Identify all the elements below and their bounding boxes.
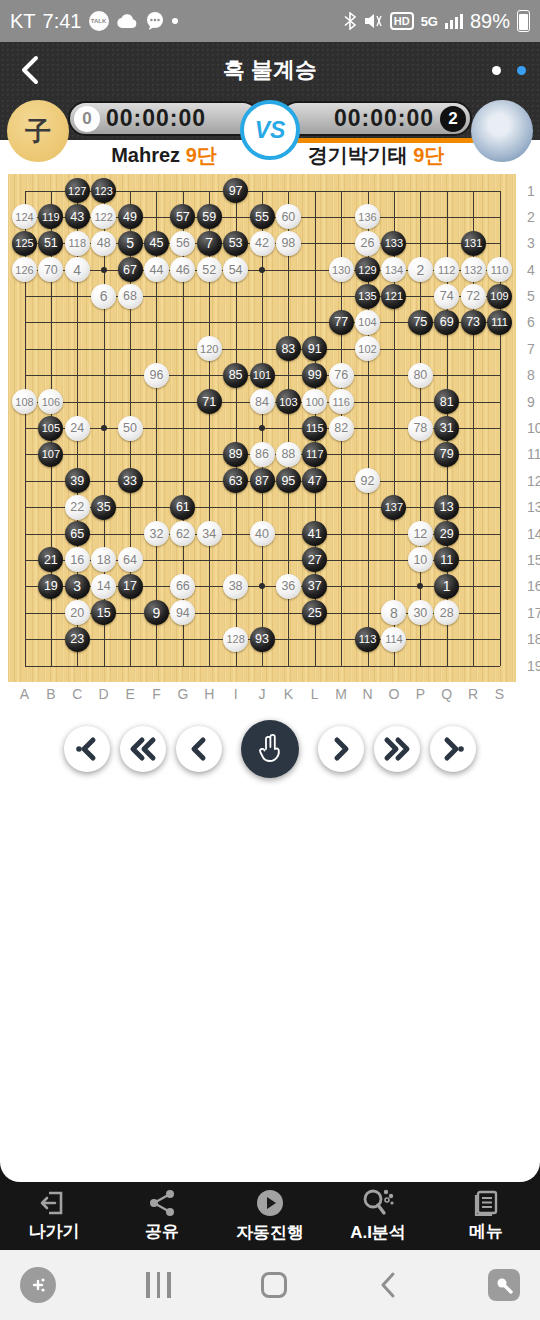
hd-icon: HD xyxy=(390,12,414,30)
fast-forward-button[interactable] xyxy=(374,726,420,772)
row-label-7: 7 xyxy=(527,341,535,357)
white-stone-68: 68 xyxy=(118,284,143,309)
col-label-H: H xyxy=(204,686,214,702)
menu-icon xyxy=(472,1189,500,1217)
row-label-3: 3 xyxy=(527,235,535,251)
white-stone-52: 52 xyxy=(197,257,222,282)
black-stone-123: 123 xyxy=(91,178,116,203)
black-stone-53: 53 xyxy=(223,231,248,256)
white-stone-120: 120 xyxy=(197,336,222,361)
row-label-4: 4 xyxy=(527,262,535,278)
white-stone-92: 92 xyxy=(355,468,380,493)
white-stone-46: 46 xyxy=(170,257,195,282)
black-stone-63: 63 xyxy=(223,468,248,493)
black-stone-41: 41 xyxy=(302,521,327,546)
black-stone-121: 121 xyxy=(381,284,406,309)
black-stone-47: 47 xyxy=(302,468,327,493)
white-stone-4: 4 xyxy=(65,257,90,282)
white-stone-8: 8 xyxy=(381,600,406,625)
black-stone-131: 131 xyxy=(461,231,486,256)
black-stone-11: 11 xyxy=(434,547,459,572)
white-stone-96: 96 xyxy=(144,363,169,388)
share-icon xyxy=(148,1189,176,1217)
white-stone-72: 72 xyxy=(461,284,486,309)
col-label-L: L xyxy=(311,686,319,702)
go-to-end-button[interactable] xyxy=(430,726,476,772)
black-stone-13: 13 xyxy=(434,495,459,520)
black-stone-45: 45 xyxy=(144,231,169,256)
col-label-M: M xyxy=(335,686,347,702)
white-stone-78: 78 xyxy=(408,416,433,441)
black-stone-57: 57 xyxy=(170,204,195,229)
white-stone-114: 114 xyxy=(381,627,406,652)
col-label-I: I xyxy=(234,686,238,702)
black-player-avatar: 子 xyxy=(7,100,69,162)
black-stone-83: 83 xyxy=(276,336,301,361)
previous-move-button[interactable] xyxy=(176,726,222,772)
white-stone-24: 24 xyxy=(65,416,90,441)
row-label-13: 13 xyxy=(527,499,540,515)
black-stone-9: 9 xyxy=(144,600,169,625)
vs-badge: VS xyxy=(240,100,300,160)
white-stone-136: 136 xyxy=(355,204,380,229)
share-button[interactable]: 공유 xyxy=(117,1189,207,1243)
network-5g-icon: 5G xyxy=(421,14,438,29)
col-label-S: S xyxy=(495,686,504,702)
recents-button[interactable] xyxy=(146,1272,171,1298)
white-stone-64: 64 xyxy=(118,547,143,572)
col-label-Q: Q xyxy=(441,686,452,702)
black-player-rank: 9단 xyxy=(186,144,217,166)
black-stone-31: 31 xyxy=(434,416,459,441)
white-player-rank: 9단 xyxy=(413,144,444,166)
board-area: 1271239712411943122495759556013612551118… xyxy=(0,174,540,704)
white-stone-20: 20 xyxy=(65,600,90,625)
black-stone-117: 117 xyxy=(302,442,327,467)
col-label-G: G xyxy=(177,686,188,702)
white-player-timer: 00:00:00 2 xyxy=(280,101,472,136)
black-stone-25: 25 xyxy=(302,600,327,625)
black-stone-119: 119 xyxy=(38,204,63,229)
black-stone-49: 49 xyxy=(118,204,143,229)
black-stone-59: 59 xyxy=(197,204,222,229)
cloud-icon xyxy=(116,13,138,29)
chat-icon xyxy=(145,12,165,30)
white-stone-14: 14 xyxy=(91,574,116,599)
black-stone-55: 55 xyxy=(250,204,275,229)
black-stone-39: 39 xyxy=(65,468,90,493)
col-label-A: A xyxy=(20,686,29,702)
black-stone-3: 3 xyxy=(65,574,90,599)
white-stone-104: 104 xyxy=(355,310,380,335)
white-stone-2: 2 xyxy=(408,257,433,282)
white-stone-84: 84 xyxy=(250,389,275,414)
black-stone-127: 127 xyxy=(65,178,90,203)
black-stone-65: 65 xyxy=(65,521,90,546)
white-stone-6: 6 xyxy=(91,284,116,309)
white-stone-32: 32 xyxy=(144,521,169,546)
two-finger-hand-icon xyxy=(255,733,285,765)
black-stone-27: 27 xyxy=(302,547,327,572)
white-stone-66: 66 xyxy=(170,574,195,599)
black-stone-97: 97 xyxy=(223,178,248,203)
white-stone-30: 30 xyxy=(408,600,433,625)
android-nav-bar xyxy=(0,1250,540,1320)
star-point xyxy=(101,267,107,273)
black-stone-105: 105 xyxy=(38,416,63,441)
col-label-E: E xyxy=(125,686,134,702)
black-player-name: Mahrez 9단 xyxy=(64,142,264,169)
battery-percent-label: 89% xyxy=(470,10,510,33)
status-bar: KT 7:41 TALK HD 5G 89% xyxy=(0,0,540,42)
black-stone-95: 95 xyxy=(276,468,301,493)
black-stone-85: 85 xyxy=(223,363,248,388)
row-label-12: 12 xyxy=(527,473,540,489)
white-stone-86: 86 xyxy=(250,442,275,467)
row-label-19: 19 xyxy=(527,658,540,674)
black-stone-43: 43 xyxy=(65,204,90,229)
black-stone-99: 99 xyxy=(302,363,327,388)
pen-app-icon[interactable] xyxy=(488,1269,520,1301)
black-player-timer: 0 00:00:00 xyxy=(68,101,260,136)
white-stone-116: 116 xyxy=(329,389,354,414)
row-label-17: 17 xyxy=(527,605,540,621)
black-stone-109: 109 xyxy=(487,284,512,309)
white-captures-badge: 2 xyxy=(440,106,466,132)
black-stone-75: 75 xyxy=(408,310,433,335)
row-label-8: 8 xyxy=(527,367,535,383)
black-stone-81: 81 xyxy=(434,389,459,414)
white-stone-40: 40 xyxy=(250,521,275,546)
white-stone-12: 12 xyxy=(408,521,433,546)
carrier-label: KT xyxy=(10,10,36,33)
row-label-14: 14 xyxy=(527,526,540,542)
white-stone-54: 54 xyxy=(223,257,248,282)
exit-icon xyxy=(39,1189,69,1217)
next-move-button[interactable] xyxy=(318,726,364,772)
white-stone-42: 42 xyxy=(250,231,275,256)
black-stone-51: 51 xyxy=(38,231,63,256)
black-timer-value: 00:00:00 xyxy=(100,105,212,132)
play-mode-hand-button[interactable] xyxy=(241,720,299,778)
autoplay-button[interactable]: 자동진행 xyxy=(225,1188,315,1244)
star-point xyxy=(259,267,265,273)
black-stone-115: 115 xyxy=(302,416,327,441)
bluetooth-icon xyxy=(344,12,356,30)
black-stone-101: 101 xyxy=(250,363,275,388)
back-button[interactable] xyxy=(10,52,50,88)
black-stone-15: 15 xyxy=(91,600,116,625)
white-stone-98: 98 xyxy=(276,231,301,256)
black-stone-67: 67 xyxy=(118,257,143,282)
black-stone-5: 5 xyxy=(118,231,143,256)
black-stone-1: 1 xyxy=(434,574,459,599)
row-label-15: 15 xyxy=(527,552,540,568)
white-stone-60: 60 xyxy=(276,204,301,229)
white-stone-134: 134 xyxy=(381,257,406,282)
white-stone-74: 74 xyxy=(434,284,459,309)
autoplay-icon xyxy=(255,1188,285,1218)
white-stone-10: 10 xyxy=(408,547,433,572)
row-label-9: 9 xyxy=(527,394,535,410)
col-label-R: R xyxy=(468,686,478,702)
title-bar: 흑 불계승 xyxy=(0,42,540,98)
white-stone-118: 118 xyxy=(65,231,90,256)
white-timer-value: 00:00:00 xyxy=(328,105,440,132)
exit-button[interactable]: 나가기 xyxy=(9,1189,99,1243)
notification-dot-icon xyxy=(172,18,178,24)
white-stone-130: 130 xyxy=(329,257,354,282)
kakaotalk-icon: TALK xyxy=(89,11,109,31)
white-stone-102: 102 xyxy=(355,336,380,361)
game-result-title: 흑 불계승 xyxy=(0,55,540,85)
black-stone-71: 71 xyxy=(197,389,222,414)
black-stone-93: 93 xyxy=(250,627,275,652)
black-stone-37: 37 xyxy=(302,574,327,599)
col-label-C: C xyxy=(72,686,82,702)
go-to-start-button[interactable] xyxy=(64,726,110,772)
ai-analysis-button[interactable]: A.I분석 xyxy=(333,1188,423,1244)
black-stone-107: 107 xyxy=(38,442,63,467)
white-stone-28: 28 xyxy=(434,600,459,625)
home-button[interactable] xyxy=(261,1272,287,1298)
col-label-F: F xyxy=(152,686,161,702)
white-stone-38: 38 xyxy=(223,574,248,599)
black-stone-111: 111 xyxy=(487,310,512,335)
white-stone-132: 132 xyxy=(461,257,486,282)
black-stone-23: 23 xyxy=(65,627,90,652)
game-launcher-button[interactable] xyxy=(20,1267,56,1303)
black-stone-79: 79 xyxy=(434,442,459,467)
menu-button[interactable]: 메뉴 xyxy=(441,1189,531,1243)
white-stone-18: 18 xyxy=(91,547,116,572)
black-stone-113: 113 xyxy=(355,627,380,652)
col-label-O: O xyxy=(388,686,399,702)
row-label-10: 10 xyxy=(527,420,540,436)
row-label-2: 2 xyxy=(527,209,535,225)
signal-icon xyxy=(445,13,463,29)
black-stone-137: 137 xyxy=(381,495,406,520)
page-dot-icon xyxy=(492,66,501,75)
black-stone-133: 133 xyxy=(381,231,406,256)
black-stone-135: 135 xyxy=(355,284,380,309)
white-stone-76: 76 xyxy=(329,363,354,388)
white-stone-94: 94 xyxy=(170,600,195,625)
black-stone-73: 73 xyxy=(461,310,486,335)
mute-icon xyxy=(363,12,383,30)
black-stone-21: 21 xyxy=(38,547,63,572)
black-stone-35: 35 xyxy=(91,495,116,520)
white-stone-26: 26 xyxy=(355,231,380,256)
col-label-D: D xyxy=(99,686,109,702)
col-label-P: P xyxy=(416,686,425,702)
row-label-1: 1 xyxy=(527,183,535,199)
white-stone-124: 124 xyxy=(12,204,37,229)
row-label-6: 6 xyxy=(527,314,535,330)
black-stone-17: 17 xyxy=(118,574,143,599)
row-label-11: 11 xyxy=(527,446,540,462)
bottom-toolbar: 나가기 공유 자동진행 A.I분석 메뉴 xyxy=(0,1184,540,1248)
white-stone-106: 106 xyxy=(38,389,63,414)
white-stone-22: 22 xyxy=(65,495,90,520)
white-player-avatar xyxy=(471,100,533,162)
col-label-J: J xyxy=(259,686,266,702)
white-stone-56: 56 xyxy=(170,231,195,256)
go-board[interactable]: 1271239712411943122495759556013612551118… xyxy=(8,174,516,682)
white-stone-16: 16 xyxy=(65,547,90,572)
page-dot-active-icon xyxy=(517,66,526,75)
black-stone-103: 103 xyxy=(276,389,301,414)
white-stone-88: 88 xyxy=(276,442,301,467)
black-stone-69: 69 xyxy=(434,310,459,335)
col-label-N: N xyxy=(362,686,372,702)
black-stone-125: 125 xyxy=(12,231,37,256)
fast-backward-button[interactable] xyxy=(120,726,166,772)
black-stone-7: 7 xyxy=(197,231,222,256)
white-stone-122: 122 xyxy=(91,204,116,229)
black-stone-33: 33 xyxy=(118,468,143,493)
page-indicator xyxy=(492,66,526,75)
white-stone-82: 82 xyxy=(329,416,354,441)
battery-icon xyxy=(517,10,530,32)
black-stone-87: 87 xyxy=(250,468,275,493)
black-stone-129: 129 xyxy=(355,257,380,282)
white-stone-50: 50 xyxy=(118,416,143,441)
star-point xyxy=(101,425,107,431)
white-stone-34: 34 xyxy=(197,521,222,546)
row-label-5: 5 xyxy=(527,288,535,304)
white-stone-44: 44 xyxy=(144,257,169,282)
black-stone-91: 91 xyxy=(302,336,327,361)
white-stone-48: 48 xyxy=(91,231,116,256)
android-back-button[interactable] xyxy=(378,1270,398,1300)
black-captures-badge: 0 xyxy=(74,106,100,132)
black-stone-77: 77 xyxy=(329,310,354,335)
white-stone-100: 100 xyxy=(302,389,327,414)
black-stone-19: 19 xyxy=(38,574,63,599)
white-stone-62: 62 xyxy=(170,521,195,546)
app-screen: KT 7:41 TALK HD 5G 89% 흑 불계승 xyxy=(0,0,540,1320)
black-stone-61: 61 xyxy=(170,495,195,520)
white-stone-70: 70 xyxy=(38,257,63,282)
col-label-K: K xyxy=(284,686,293,702)
white-stone-80: 80 xyxy=(408,363,433,388)
white-stone-126: 126 xyxy=(12,257,37,282)
clock-label: 7:41 xyxy=(43,10,82,33)
white-stone-108: 108 xyxy=(12,389,37,414)
player-panel: 0 00:00:00 00:00:00 2 VS 子 Mahrez 9단 경기박… xyxy=(0,98,540,174)
white-stone-112: 112 xyxy=(434,257,459,282)
col-label-B: B xyxy=(46,686,55,702)
ai-analysis-icon xyxy=(362,1188,394,1218)
white-player-name: 경기박기태 9단 xyxy=(276,142,476,169)
black-stone-29: 29 xyxy=(434,521,459,546)
row-label-18: 18 xyxy=(527,631,540,647)
move-navigation xyxy=(0,714,540,784)
white-stone-128: 128 xyxy=(223,627,248,652)
row-label-16: 16 xyxy=(527,578,540,594)
white-stone-36: 36 xyxy=(276,574,301,599)
star-point xyxy=(259,583,265,589)
content-rounded-bottom xyxy=(0,1162,540,1182)
star-point xyxy=(259,425,265,431)
star-point xyxy=(417,583,423,589)
black-stone-89: 89 xyxy=(223,442,248,467)
white-stone-110: 110 xyxy=(487,257,512,282)
